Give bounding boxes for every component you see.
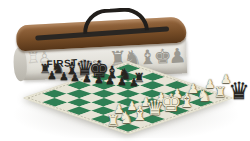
bag-handle-icon: [82, 7, 149, 34]
brand-name-bold: FIRST: [46, 57, 77, 69]
brand-label: FIRSTchess: [46, 50, 102, 75]
white-pawn-8: ♟: [221, 73, 232, 85]
chess-set-product-photo: ♖♙ ♜♞♝♚♟ FIRSTchess ♜♞♝♛♚♝♞♜♟♟♟♟♟♟♟♟♟♟♟♟…: [0, 0, 250, 141]
brand-tagline-line: [48, 72, 84, 76]
brand-name-light: chess: [77, 57, 102, 68]
